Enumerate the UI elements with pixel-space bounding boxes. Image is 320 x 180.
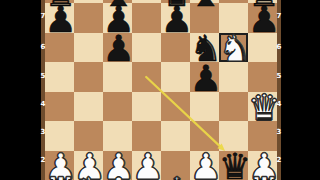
- piece-black-pawn-f5[interactable]: ♟: [190, 61, 219, 97]
- piece-white-king-e1[interactable]: ♚: [161, 173, 190, 180]
- piece-black-pawn-a7[interactable]: ♟: [45, 2, 74, 38]
- rank-label-left-7: 7: [38, 12, 48, 20]
- piece-white-knight-g6[interactable]: ♞: [219, 31, 248, 67]
- board-frame-right: [277, 0, 281, 180]
- rank-label-right-5: 5: [274, 72, 284, 80]
- piece-black-bishop-f8[interactable]: ♝: [190, 0, 219, 12]
- rank-label-left-2: 2: [38, 156, 48, 164]
- square-e5[interactable]: [161, 62, 190, 92]
- rank-label-right-3: 3: [274, 128, 284, 136]
- square-d7[interactable]: [132, 3, 161, 33]
- square-b5[interactable]: [74, 62, 103, 92]
- rank-label-right-6: 6: [274, 43, 284, 51]
- piece-white-pawn-f2[interactable]: ♟: [190, 149, 219, 180]
- square-e3[interactable]: [161, 121, 190, 151]
- rank-label-left-6: 6: [38, 43, 48, 51]
- rank-label-right-2: 2: [274, 156, 284, 164]
- square-b4[interactable]: [74, 92, 103, 122]
- piece-black-pawn-h7[interactable]: ♟: [248, 2, 277, 38]
- rank-label-right-7: 7: [274, 12, 284, 20]
- piece-black-pawn-e7[interactable]: ♟: [161, 2, 190, 38]
- rank-label-left-4: 4: [38, 100, 48, 108]
- rank-label-left-5: 5: [38, 72, 48, 80]
- board-frame-left: [41, 0, 45, 180]
- square-d6[interactable]: [132, 33, 161, 63]
- square-b7[interactable]: [74, 3, 103, 33]
- piece-white-rook-a1[interactable]: ♜: [45, 173, 74, 180]
- square-d4[interactable]: [132, 92, 161, 122]
- square-a5[interactable]: [45, 62, 74, 92]
- piece-black-pawn-c6[interactable]: ♟: [103, 31, 132, 67]
- piece-white-bishop-c1[interactable]: ♝: [103, 173, 132, 180]
- piece-white-rook-h1[interactable]: ♜: [248, 173, 277, 180]
- chess-board-viewport: ♜♝♚♝♜♟♟♟♟♟♞♞♟♛♟♟♟♟♟♛♟♜♞♝♚♜88776655443322…: [0, 0, 320, 180]
- square-b6[interactable]: [74, 33, 103, 63]
- piece-white-knight-b1[interactable]: ♞: [74, 173, 103, 180]
- piece-white-pawn-d2[interactable]: ♟: [132, 149, 161, 180]
- rank-label-right-4: 4: [274, 100, 284, 108]
- piece-black-queen-g2[interactable]: ♛: [219, 149, 248, 180]
- square-e4[interactable]: [161, 92, 190, 122]
- square-g4[interactable]: [219, 92, 248, 122]
- square-d5[interactable]: [132, 62, 161, 92]
- square-c4[interactable]: [103, 92, 132, 122]
- piece-white-queen-h4[interactable]: ♛: [248, 90, 277, 126]
- square-a4[interactable]: [45, 92, 74, 122]
- rank-label-left-3: 3: [38, 128, 48, 136]
